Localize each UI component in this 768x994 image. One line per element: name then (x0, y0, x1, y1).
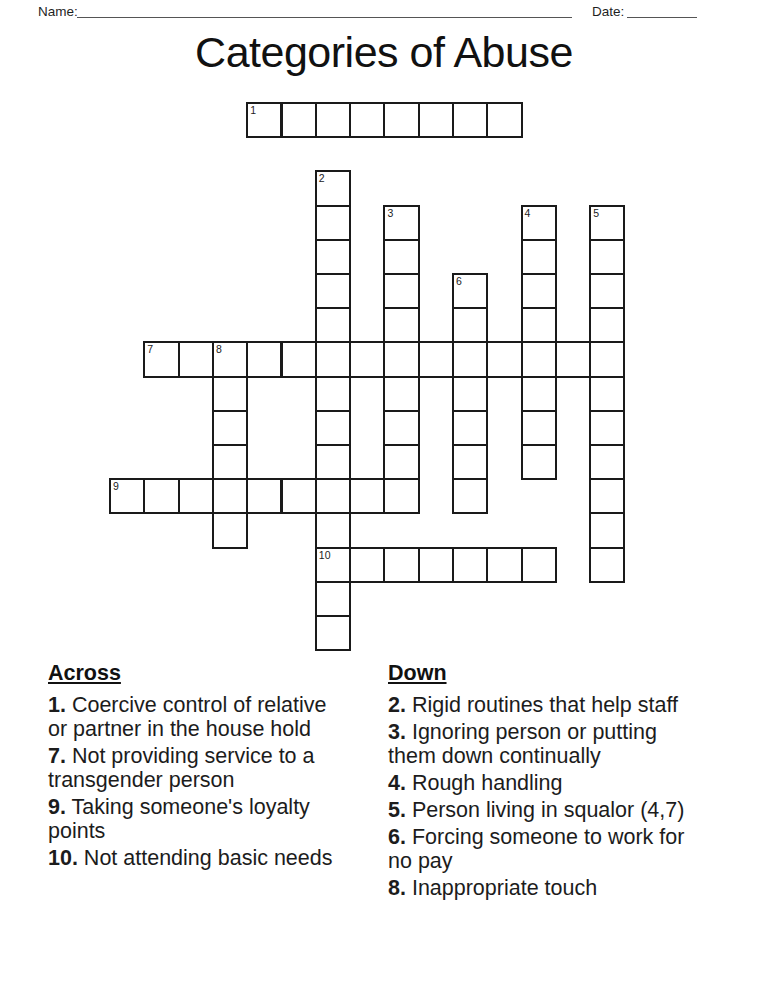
clue-down-8: 8. Inappropriate touch (388, 876, 700, 900)
cell-number-8: 8 (216, 343, 222, 355)
grid-cell-7-2[interactable] (178, 341, 214, 377)
grid-cell-13-12[interactable] (521, 547, 557, 583)
grid-cell-7-7[interactable] (349, 341, 385, 377)
grid-cell-10-14[interactable] (589, 444, 625, 480)
cell-number-7: 7 (147, 343, 153, 355)
grid-cell-15-6[interactable] (315, 615, 351, 651)
grid-cell-3-14[interactable]: 5 (589, 205, 625, 241)
grid-cell-12-6[interactable] (315, 512, 351, 548)
grid-cell-11-14[interactable] (589, 478, 625, 514)
grid-cell-11-1[interactable] (143, 478, 179, 514)
grid-cell-11-3[interactable] (212, 478, 248, 514)
grid-cell-5-12[interactable] (521, 273, 557, 309)
name-label: Name: (38, 4, 78, 19)
cell-number-5: 5 (593, 207, 599, 219)
grid-cell-13-9[interactable] (418, 547, 454, 583)
grid-cell-9-3[interactable] (212, 410, 248, 446)
grid-cell-10-10[interactable] (452, 444, 488, 480)
cell-number-3: 3 (387, 207, 393, 219)
clue-across-9: 9. Taking someone's loyalty points (48, 795, 350, 843)
grid-cell-7-5[interactable] (281, 341, 317, 377)
grid-cell-0-6[interactable] (315, 102, 351, 138)
cell-number-2: 2 (319, 172, 325, 184)
grid-cell-10-8[interactable] (383, 444, 419, 480)
clue-across-1: 1. Coercive control of relative or partn… (48, 693, 350, 741)
grid-cell-0-9[interactable] (418, 102, 454, 138)
date-blank-line (627, 16, 697, 18)
grid-cell-11-6[interactable] (315, 478, 351, 514)
grid-cell-0-4[interactable]: 1 (246, 102, 282, 138)
grid-cell-8-6[interactable] (315, 376, 351, 412)
grid-cell-11-5[interactable] (281, 478, 317, 514)
cell-number-9: 9 (113, 480, 119, 492)
cell-number-10: 10 (319, 549, 331, 561)
grid-cell-8-12[interactable] (521, 376, 557, 412)
grid-cell-13-11[interactable] (486, 547, 522, 583)
grid-cell-8-3[interactable] (212, 376, 248, 412)
grid-cell-9-14[interactable] (589, 410, 625, 446)
cell-number-1: 1 (250, 104, 256, 116)
grid-cell-6-10[interactable] (452, 307, 488, 343)
grid-cell-8-14[interactable] (589, 376, 625, 412)
clue-down-2: 2. Rigid routines that help staff (388, 693, 700, 717)
grid-cell-10-12[interactable] (521, 444, 557, 480)
grid-cell-3-6[interactable] (315, 205, 351, 241)
grid-cell-3-12[interactable]: 4 (521, 205, 557, 241)
grid-cell-11-2[interactable] (178, 478, 214, 514)
grid-cell-6-6[interactable] (315, 307, 351, 343)
grid-cell-5-10[interactable]: 6 (452, 273, 488, 309)
grid-cell-8-10[interactable] (452, 376, 488, 412)
date-label: Date: (592, 4, 624, 19)
grid-cell-9-8[interactable] (383, 410, 419, 446)
clues-across-list: 1. Coercive control of relative or partn… (48, 693, 350, 870)
grid-cell-7-10[interactable] (452, 341, 488, 377)
grid-cell-0-11[interactable] (486, 102, 522, 138)
grid-cell-10-3[interactable] (212, 444, 248, 480)
grid-cell-7-12[interactable] (521, 341, 557, 377)
grid-cell-3-8[interactable]: 3 (383, 205, 419, 241)
worksheet-page: Name: Date: Categories of Abuse 12345678… (0, 0, 768, 994)
name-blank-line (77, 16, 572, 18)
grid-cell-11-0[interactable]: 9 (109, 478, 145, 514)
clue-across-7: 7. Not providing service to a transgende… (48, 744, 350, 792)
across-heading: Across (48, 661, 350, 686)
clue-across-10: 10. Not attending basic needs (48, 846, 350, 870)
grid-cell-7-11[interactable] (486, 341, 522, 377)
grid-cell-11-10[interactable] (452, 478, 488, 514)
grid-cell-11-7[interactable] (349, 478, 385, 514)
cell-number-4: 4 (525, 207, 531, 219)
grid-cell-11-4[interactable] (246, 478, 282, 514)
grid-cell-5-14[interactable] (589, 273, 625, 309)
grid-cell-6-8[interactable] (383, 307, 419, 343)
grid-cell-14-6[interactable] (315, 581, 351, 617)
grid-cell-0-5[interactable] (281, 102, 317, 138)
clue-down-5: 5. Person living in squalor (4,7) (388, 798, 700, 822)
grid-cell-9-10[interactable] (452, 410, 488, 446)
grid-cell-13-10[interactable] (452, 547, 488, 583)
grid-cell-7-6[interactable] (315, 341, 351, 377)
grid-cell-4-6[interactable] (315, 239, 351, 275)
grid-cell-7-13[interactable] (555, 341, 591, 377)
grid-cell-6-12[interactable] (521, 307, 557, 343)
down-heading: Down (388, 661, 700, 686)
cell-number-6: 6 (456, 275, 462, 287)
grid-cell-4-8[interactable] (383, 239, 419, 275)
puzzle-title: Categories of Abuse (0, 26, 768, 78)
grid-cell-9-6[interactable] (315, 410, 351, 446)
grid-cell-0-10[interactable] (452, 102, 488, 138)
grid-cell-7-4[interactable] (246, 341, 282, 377)
grid-cell-6-14[interactable] (589, 307, 625, 343)
grid-cell-13-8[interactable] (383, 547, 419, 583)
grid-cell-10-6[interactable] (315, 444, 351, 480)
grid-cell-4-12[interactable] (521, 239, 557, 275)
grid-cell-9-12[interactable] (521, 410, 557, 446)
clue-down-4: 4. Rough handling (388, 771, 700, 795)
crossword-grid: 12345678910 (110, 103, 626, 651)
grid-cell-5-8[interactable] (383, 273, 419, 309)
grid-cell-13-14[interactable] (589, 547, 625, 583)
clue-down-6: 6. Forcing someone to work for no pay (388, 825, 700, 873)
grid-cell-12-14[interactable] (589, 512, 625, 548)
grid-cell-5-6[interactable] (315, 273, 351, 309)
grid-cell-7-9[interactable] (418, 341, 454, 377)
grid-cell-12-3[interactable] (212, 512, 248, 548)
grid-cell-7-3[interactable]: 8 (212, 341, 248, 377)
down-clues-section: Down 2. Rigid routines that help staff3.… (388, 661, 700, 903)
grid-cell-0-7[interactable] (349, 102, 385, 138)
grid-cell-4-14[interactable] (589, 239, 625, 275)
grid-cell-7-14[interactable] (589, 341, 625, 377)
clues-down-list: 2. Rigid routines that help staff3. Igno… (388, 693, 700, 900)
grid-cell-7-8[interactable] (383, 341, 419, 377)
grid-cell-8-8[interactable] (383, 376, 419, 412)
grid-cell-7-1[interactable]: 7 (143, 341, 179, 377)
clue-down-3: 3. Ignoring person or putting them down … (388, 720, 700, 768)
across-clues-section: Across 1. Coercive control of relative o… (48, 661, 350, 873)
grid-cell-13-7[interactable] (349, 547, 385, 583)
grid-cell-2-6[interactable]: 2 (315, 170, 351, 206)
grid-cell-0-8[interactable] (383, 102, 419, 138)
grid-cell-11-8[interactable] (383, 478, 419, 514)
grid-cell-13-6[interactable]: 10 (315, 547, 351, 583)
